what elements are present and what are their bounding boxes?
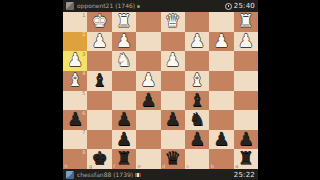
piece-black-pawn[interactable]: ♟: [112, 109, 136, 129]
piece-black-pawn[interactable]: ♟: [136, 90, 160, 110]
square-g2[interactable]: ♟: [87, 32, 111, 52]
square-a8[interactable]: ♜a: [234, 149, 258, 169]
piece-black-pawn[interactable]: ♟: [112, 129, 136, 149]
square-d3[interactable]: ♟: [161, 51, 185, 71]
square-b7[interactable]: ♟: [209, 130, 233, 150]
square-e4[interactable]: ♟: [136, 71, 160, 91]
rank-label-7: 7: [82, 130, 85, 135]
square-e1[interactable]: [136, 12, 160, 32]
square-e6[interactable]: [136, 110, 160, 130]
piece-white-pawn[interactable]: ♟: [87, 31, 111, 51]
square-d1[interactable]: ♛: [161, 12, 185, 32]
square-c6[interactable]: ♞: [185, 110, 209, 130]
square-g3[interactable]: [87, 51, 111, 71]
square-f8[interactable]: ♜f: [112, 149, 136, 169]
chess-board[interactable]: 1♚♜♛♜2♟♟♟♟♟♟3♞♟♝4♝♟♝5♟♝♟6♟♟♞7♟♟♟♟8h♚g♜fe…: [63, 12, 258, 169]
square-c4[interactable]: ♝: [185, 71, 209, 91]
square-h1[interactable]: 1: [63, 12, 87, 32]
rank-label-4: 4: [82, 71, 85, 76]
square-b6[interactable]: [209, 110, 233, 130]
piece-black-rook[interactable]: ♜: [112, 148, 136, 168]
square-a4[interactable]: [234, 71, 258, 91]
online-status-dot: [137, 5, 140, 8]
file-label-b: b: [211, 164, 214, 169]
top-player-name: opponent21 (1746): [77, 3, 135, 9]
square-a2[interactable]: ♟: [234, 32, 258, 52]
square-b1[interactable]: [209, 12, 233, 32]
piece-white-bishop[interactable]: ♝: [185, 70, 209, 90]
piece-white-pawn[interactable]: ♟: [112, 31, 136, 51]
file-label-e: e: [138, 164, 141, 169]
piece-black-pawn[interactable]: ♟: [234, 129, 258, 149]
rank-label-1: 1: [82, 13, 85, 18]
app-window: opponent21 (1746) 25:40 1♚♜♛♜2♟♟♟♟♟♟3♞♟♝…: [0, 0, 320, 180]
square-d6[interactable]: ♟: [161, 110, 185, 130]
square-e7[interactable]: [136, 130, 160, 150]
square-h6[interactable]: ♟6: [63, 110, 87, 130]
rank-label-2: 2: [82, 32, 85, 37]
piece-black-knight[interactable]: ♞: [185, 109, 209, 129]
file-label-a: a: [235, 164, 238, 169]
top-player-avatar[interactable]: [66, 2, 74, 10]
square-a1[interactable]: ♜: [234, 12, 258, 32]
bottom-player-name: chessfan88 (1739): [77, 172, 133, 178]
square-b2[interactable]: ♟: [209, 32, 233, 52]
bottom-player-bar: chessfan88 (1739) 25:22: [63, 169, 258, 180]
top-player-clock: 25:40: [234, 3, 255, 9]
rank-label-8: 8: [82, 150, 85, 155]
piece-black-pawn[interactable]: ♟: [161, 109, 185, 129]
square-d4[interactable]: [161, 71, 185, 91]
piece-black-bishop[interactable]: ♝: [185, 90, 209, 110]
piece-white-pawn[interactable]: ♟: [136, 70, 160, 90]
square-g8[interactable]: ♚g: [87, 149, 111, 169]
game-screen: opponent21 (1746) 25:40 1♚♜♛♜2♟♟♟♟♟♟3♞♟♝…: [63, 0, 258, 180]
country-flag-icon: [135, 173, 141, 177]
file-label-g: g: [89, 164, 92, 169]
square-d8[interactable]: ♛d: [161, 149, 185, 169]
square-f6[interactable]: ♟: [112, 110, 136, 130]
square-h7[interactable]: 7: [63, 130, 87, 150]
square-h8[interactable]: 8h: [63, 149, 87, 169]
square-e3[interactable]: [136, 51, 160, 71]
piece-white-king[interactable]: ♚: [87, 11, 111, 31]
piece-black-pawn[interactable]: ♟: [185, 129, 209, 149]
square-e8[interactable]: e: [136, 149, 160, 169]
square-c8[interactable]: c: [185, 149, 209, 169]
square-c7[interactable]: ♟: [185, 130, 209, 150]
piece-white-rook[interactable]: ♜: [234, 11, 258, 31]
bottom-player-avatar[interactable]: [66, 171, 74, 179]
square-g6[interactable]: [87, 110, 111, 130]
square-g4[interactable]: ♝: [87, 71, 111, 91]
square-a5[interactable]: [234, 91, 258, 111]
square-c3[interactable]: [185, 51, 209, 71]
piece-black-bishop[interactable]: ♝: [87, 70, 111, 90]
square-c1[interactable]: [185, 12, 209, 32]
square-a6[interactable]: [234, 110, 258, 130]
piece-white-knight[interactable]: ♞: [112, 50, 136, 70]
file-label-c: c: [186, 164, 189, 169]
square-b3[interactable]: [209, 51, 233, 71]
square-e5[interactable]: ♟: [136, 91, 160, 111]
square-b4[interactable]: [209, 71, 233, 91]
rank-label-6: 6: [82, 111, 85, 116]
rank-label-3: 3: [82, 52, 85, 57]
square-h3[interactable]: ♟3: [63, 51, 87, 71]
piece-white-pawn[interactable]: ♟: [234, 31, 258, 51]
bottom-player-clock: 25:22: [234, 172, 255, 178]
file-label-d: d: [162, 164, 165, 169]
square-b8[interactable]: b: [209, 149, 233, 169]
file-label-f: f: [113, 164, 115, 169]
square-g1[interactable]: ♚: [87, 12, 111, 32]
rank-label-5: 5: [82, 91, 85, 96]
piece-white-pawn[interactable]: ♟: [161, 50, 185, 70]
square-f4[interactable]: [112, 71, 136, 91]
square-f1[interactable]: ♜: [112, 12, 136, 32]
piece-white-queen[interactable]: ♛: [161, 11, 185, 31]
square-c2[interactable]: ♟: [185, 32, 209, 52]
square-g5[interactable]: [87, 91, 111, 111]
file-label-h: h: [65, 164, 68, 169]
piece-white-rook[interactable]: ♜: [112, 11, 136, 31]
square-f3[interactable]: ♞: [112, 51, 136, 71]
square-e2[interactable]: [136, 32, 160, 52]
square-h4[interactable]: ♝4: [63, 71, 87, 91]
piece-white-pawn[interactable]: ♟: [185, 31, 209, 51]
piece-black-pawn[interactable]: ♟: [209, 129, 233, 149]
piece-white-pawn[interactable]: ♟: [209, 31, 233, 51]
square-b5[interactable]: [209, 91, 233, 111]
clock-icon: [225, 3, 232, 10]
square-a3[interactable]: [234, 51, 258, 71]
